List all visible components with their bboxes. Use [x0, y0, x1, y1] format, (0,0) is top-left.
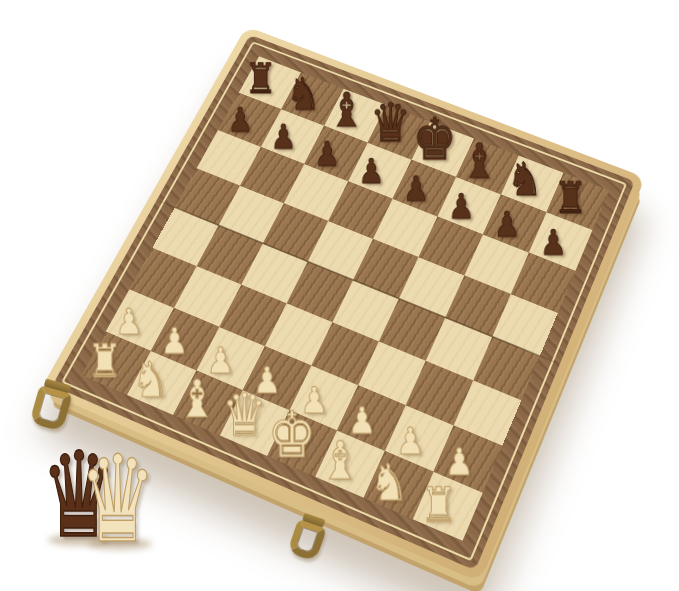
piece-black-bishop[interactable]: ♝ — [328, 89, 364, 132]
piece-white-bishop[interactable]: ♝ — [177, 376, 217, 423]
piece-white-pawn[interactable]: ♟ — [445, 446, 474, 480]
piece-white-queen[interactable]: ♛ — [222, 390, 267, 443]
piece-black-knight[interactable]: ♞ — [507, 159, 543, 201]
product-photo-stage: ♜♞♝♛♚♝♞♜♟♟♟♟♟♟♟♟♟♟♟♟♟♟♟♟♜♞♝♛♚♝♞♜ ♛ ♛ — [0, 0, 679, 591]
piece-black-bishop[interactable]: ♝ — [461, 139, 498, 182]
piece-black-pawn[interactable]: ♟ — [270, 122, 296, 152]
piece-black-king[interactable]: ♚ — [412, 113, 456, 165]
piece-black-pawn[interactable]: ♟ — [448, 191, 475, 222]
piece-black-knight[interactable]: ♞ — [286, 74, 321, 115]
piece-black-pawn[interactable]: ♟ — [227, 105, 253, 135]
piece-black-rook[interactable]: ♜ — [554, 179, 588, 218]
piece-white-bishop[interactable]: ♝ — [320, 437, 361, 485]
square-c3[interactable] — [219, 285, 286, 347]
brass-clasp-bottom — [287, 518, 327, 562]
piece-black-queen[interactable]: ♛ — [370, 100, 411, 148]
piece-black-pawn[interactable]: ♟ — [314, 139, 340, 170]
piece-black-pawn[interactable]: ♟ — [358, 156, 384, 187]
piece-black-rook[interactable]: ♜ — [244, 60, 276, 98]
piece-black-pawn[interactable]: ♟ — [403, 174, 429, 205]
piece-black-pawn[interactable]: ♟ — [540, 227, 567, 258]
piece-white-knight[interactable]: ♞ — [132, 358, 170, 403]
piece-white-rook[interactable]: ♜ — [420, 484, 457, 527]
brass-clasp-left — [29, 384, 73, 432]
piece-white-rook[interactable]: ♜ — [87, 341, 122, 382]
board-grid: ♜♞♝♛♚♝♞♜♟♟♟♟♟♟♟♟♟♟♟♟♟♟♟♟♜♞♝♛♚♝♞♜ — [81, 56, 609, 541]
spare-piece-light-queen[interactable]: ♛ — [79, 440, 156, 560]
piece-black-pawn[interactable]: ♟ — [493, 209, 520, 240]
piece-white-king[interactable]: ♚ — [268, 406, 317, 463]
piece-white-knight[interactable]: ♞ — [370, 460, 409, 506]
